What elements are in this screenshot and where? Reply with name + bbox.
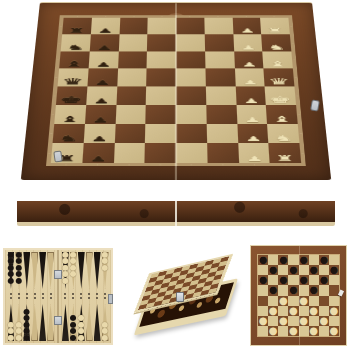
dot-slot xyxy=(86,297,93,300)
chess-square: ♟ xyxy=(82,143,114,163)
chess-square xyxy=(118,51,148,68)
checkers-square xyxy=(278,285,288,295)
checkers-square xyxy=(319,285,329,295)
checkers-square: ● xyxy=(329,306,339,316)
backgammon-checker-light: ● xyxy=(78,335,85,341)
checker-stack: ●●●● xyxy=(70,315,77,341)
checkers-square xyxy=(319,296,329,306)
chess-piece-white-rook: ♜ xyxy=(261,27,290,34)
chess-grid: ♜♟♟♜♞♟♟♞♝♟♟♝♛♟♟♛♚♟♟♚♝♟♟♝♞♟♟♞♜♟♟♜ xyxy=(51,18,301,163)
inlay-dot xyxy=(104,297,106,299)
hinge-icon xyxy=(54,316,62,325)
dot-slot xyxy=(23,297,30,300)
border-mark: · xyxy=(46,143,52,163)
backgammon-checker-light: ● xyxy=(102,335,109,341)
chess-square: ♟ xyxy=(91,18,120,35)
chess-square: ♞ xyxy=(61,34,91,51)
border-mark: · xyxy=(207,163,238,166)
border-mark: · xyxy=(57,34,63,51)
checkers-square xyxy=(278,326,288,336)
checkers-square: ● xyxy=(278,316,288,326)
checker-black: ● xyxy=(309,265,318,275)
checker-black: ● xyxy=(319,275,328,285)
latch-glare-icon xyxy=(338,289,344,296)
dot-slot xyxy=(15,297,22,300)
chess-square xyxy=(206,105,237,124)
checker-light: ● xyxy=(330,306,339,316)
checkers-square: ● xyxy=(299,275,309,285)
backgammon-checker-light: ● xyxy=(15,335,22,341)
inlay-dot xyxy=(80,297,82,299)
checkers-square: ● xyxy=(268,285,278,295)
chess-square xyxy=(113,143,145,163)
chess-piece-white-pawn: ♟ xyxy=(233,28,262,34)
checkers-square: ● xyxy=(258,275,268,285)
inlay-dot xyxy=(72,293,74,295)
backgammon-point: ●●●●● xyxy=(62,252,69,289)
checker-light: ● xyxy=(309,306,318,316)
chess-square: ♛ xyxy=(264,69,295,87)
checker-black: ● xyxy=(289,265,298,275)
chess-piece-white-rook: ♜ xyxy=(269,154,301,162)
latch-icon xyxy=(108,294,113,304)
inlay-dot xyxy=(42,293,44,295)
border-mark: · xyxy=(113,163,144,166)
checkers-square: ● xyxy=(299,296,309,306)
chess-square xyxy=(114,124,145,143)
chess-square xyxy=(119,18,148,35)
checker-black: ● xyxy=(289,285,298,295)
box-front-seam xyxy=(175,201,177,226)
checkers-square: ● xyxy=(288,285,298,295)
border-mark: · xyxy=(260,15,288,17)
checkers-square xyxy=(258,326,268,336)
chess-piece-black-pawn: ♟ xyxy=(85,116,116,123)
checker-stack: ●●● xyxy=(7,322,14,341)
backgammon-point: ●●● xyxy=(15,304,22,341)
dot-slot xyxy=(8,293,15,296)
chess-square: ♟ xyxy=(237,124,269,143)
chess-square xyxy=(176,34,205,51)
backgammon-point: ●●●● xyxy=(70,304,77,341)
inlay-dot xyxy=(26,297,28,299)
inlay-dot xyxy=(96,297,98,299)
border-mark: · xyxy=(239,163,270,166)
hinge-gap xyxy=(55,340,61,341)
dot-slot xyxy=(94,297,101,300)
chess-square: ♚ xyxy=(265,86,296,104)
border-mark: · xyxy=(50,105,56,124)
border-mark: · xyxy=(55,51,61,68)
point-triangle xyxy=(23,252,30,289)
product-photo-page: { "game": "3-in-1 wooden folding board g… xyxy=(0,0,352,350)
backgammon-point: ●●● xyxy=(8,304,15,341)
checker-light: ● xyxy=(299,296,308,306)
chess-square xyxy=(147,34,176,51)
chess-piece-black-pawn: ♟ xyxy=(82,155,114,162)
border-mark: · xyxy=(120,15,148,17)
backgammon-point xyxy=(62,304,69,341)
backgammon-checker-black: ● xyxy=(15,278,22,284)
inlay-dot xyxy=(104,293,106,295)
chess-square xyxy=(116,86,146,104)
checker-stack: ●●●● xyxy=(78,315,85,341)
checkers-square: ● xyxy=(268,306,278,316)
chess-square xyxy=(115,105,146,124)
border-mark: · xyxy=(294,86,300,104)
chess-square: ♟ xyxy=(236,105,267,124)
border-mark: · xyxy=(51,163,83,166)
chess-square xyxy=(176,18,204,35)
checkers-square: ● xyxy=(278,255,288,265)
dot-slot xyxy=(23,293,30,296)
chess-square: ♟ xyxy=(233,34,263,51)
chess-square xyxy=(207,143,239,163)
dot-slot xyxy=(47,293,54,296)
checkers-square: ● xyxy=(258,255,268,265)
checkers-square: ● xyxy=(319,316,329,326)
chess-piece-white-knight: ♞ xyxy=(268,134,299,142)
checker-black: ● xyxy=(259,275,268,285)
inlay-dot-row xyxy=(7,293,109,296)
checkers-fold-seam xyxy=(299,246,300,345)
border-mark: · xyxy=(53,69,59,87)
checker-black: ● xyxy=(299,275,308,285)
backgammon-point: ●●●●● xyxy=(15,252,22,289)
inlay-dot xyxy=(10,297,12,299)
hinge-gap xyxy=(55,293,61,296)
backgammon-point xyxy=(94,252,101,289)
backgammon-point xyxy=(31,252,38,289)
inlay-dot xyxy=(88,297,90,299)
chess-square xyxy=(146,105,176,124)
point-triangle xyxy=(86,252,93,289)
border-mark: · xyxy=(82,163,113,166)
chess-square: ♞ xyxy=(267,124,299,143)
checker-stack: ●●●●● xyxy=(23,309,30,341)
checkers-square: ● xyxy=(309,265,319,275)
point-triangle xyxy=(31,252,38,289)
checker-light: ● xyxy=(259,316,268,326)
checker-light: ● xyxy=(330,326,339,336)
point-triangle xyxy=(47,304,54,341)
chess-piece-black-pawn: ♟ xyxy=(86,98,116,105)
chess-piece-white-bishop: ♝ xyxy=(263,60,293,68)
chess-piece-white-bishop: ♝ xyxy=(267,115,298,123)
chess-square: ♟ xyxy=(238,143,270,163)
coordinate-marks-left: ········ xyxy=(46,18,63,163)
hinge-gap xyxy=(55,297,61,300)
checker-light: ● xyxy=(279,316,288,326)
inlay-dot xyxy=(88,293,90,295)
backgammon-checker-light: ● xyxy=(102,265,109,271)
dot-slot xyxy=(39,293,46,296)
backgammon-point: ●●●● xyxy=(78,304,85,341)
dot-slot xyxy=(8,297,15,300)
inlay-dot xyxy=(42,297,44,299)
border-mark: · xyxy=(299,143,305,163)
border-mark: · xyxy=(293,69,299,87)
chess-piece-white-queen: ♛ xyxy=(264,77,294,86)
checkers-square: ● xyxy=(278,275,288,285)
chess-piece-black-knight: ♞ xyxy=(61,43,90,50)
backgammon-point xyxy=(94,304,101,341)
chess-square: ♛ xyxy=(58,69,89,87)
border-mark: · xyxy=(176,163,207,166)
border-mark: · xyxy=(52,86,58,104)
chess-square xyxy=(118,34,147,51)
box-front-edge xyxy=(17,201,335,226)
backgammon-checker-light: ● xyxy=(70,271,77,277)
checkers-square: ● xyxy=(268,265,278,275)
checkers-square: ● xyxy=(278,296,288,306)
chess-piece-black-pawn: ♟ xyxy=(83,136,114,143)
checker-stack: ●●●● xyxy=(70,252,77,278)
checkers-square: ● xyxy=(288,306,298,316)
inlay-dot xyxy=(80,293,82,295)
checker-light: ● xyxy=(299,316,308,326)
border-mark: · xyxy=(145,163,176,166)
checker-stack: ●●● xyxy=(102,322,109,341)
chess-square xyxy=(145,124,176,143)
dot-slot xyxy=(15,293,22,296)
checkers-square: ● xyxy=(299,316,309,326)
chess-square: ♞ xyxy=(53,124,85,143)
checkers-square: ● xyxy=(288,326,298,336)
dot-slot xyxy=(78,293,85,296)
backgammon-point: ●●●●● xyxy=(23,304,30,341)
chess-square: ♚ xyxy=(56,86,87,104)
chess-piece-white-pawn: ♟ xyxy=(237,136,268,143)
backgammon-checker-black: ● xyxy=(7,278,14,284)
checkers-square: ● xyxy=(258,316,268,326)
checkers-square: ● xyxy=(268,326,278,336)
checkers-square xyxy=(258,296,268,306)
border-mark: · xyxy=(48,124,54,143)
checker-black: ● xyxy=(269,285,278,295)
backgammon-point: ●●● xyxy=(102,304,109,341)
point-triangle xyxy=(94,252,101,289)
dot-slot xyxy=(39,297,46,300)
checkers-square xyxy=(299,285,309,295)
checker-light: ● xyxy=(309,326,318,336)
backgammon-point xyxy=(39,252,46,289)
border-mark: · xyxy=(290,34,296,51)
backgammon-checker-light: ● xyxy=(7,335,14,341)
backgammon-point xyxy=(78,252,85,289)
chess-piece-black-pawn: ♟ xyxy=(91,28,120,34)
backgammon-point xyxy=(86,252,93,289)
chess-square xyxy=(205,69,235,87)
checkers-thumbnail: ●●●●●●●●●●●●●●●●●●●●●●●●●●●●● xyxy=(250,245,347,346)
point-triangle xyxy=(39,304,46,341)
backgammon-point: ●●●●● xyxy=(8,252,15,289)
chess-square: ♝ xyxy=(262,51,292,68)
inlay-dot xyxy=(10,293,12,295)
chess-square: ♟ xyxy=(86,86,117,104)
checkers-square xyxy=(329,275,339,285)
chess-square: ♟ xyxy=(234,69,264,87)
checker-black: ● xyxy=(259,255,268,265)
side-clasp-icon xyxy=(53,150,62,162)
backgammon-point: ●●● xyxy=(102,252,109,289)
chess-square xyxy=(145,143,176,163)
backgammon-point xyxy=(47,304,54,341)
checkers-square: ● xyxy=(309,285,319,295)
chess-piece-white-pawn: ♟ xyxy=(236,98,266,105)
inlay-dot xyxy=(64,297,66,299)
backgammon-checker-black: ● xyxy=(23,335,30,341)
checker-black: ● xyxy=(299,255,308,265)
backgammon-point xyxy=(23,252,30,289)
checker-black: ● xyxy=(319,255,328,265)
chess-piece-black-king: ♚ xyxy=(56,95,87,104)
chess-piece-white-pawn: ♟ xyxy=(237,116,268,123)
chess-square xyxy=(148,18,176,35)
chess-piece-white-pawn: ♟ xyxy=(235,79,265,85)
open-box-thumbnail xyxy=(118,252,240,342)
inlay-dot xyxy=(26,293,28,295)
checker-light: ● xyxy=(319,316,328,326)
chess-board-frame: ········ ········ ········ ········ ♜♟♟♜… xyxy=(21,2,331,180)
chess-piece-black-pawn: ♟ xyxy=(87,79,117,85)
checker-stack: ●●●●● xyxy=(62,252,69,284)
inlay-dot xyxy=(64,293,66,295)
chess-square: ♝ xyxy=(54,105,86,124)
checker-stack: ●●●●● xyxy=(7,252,14,284)
chess-square xyxy=(204,18,233,35)
chess-square: ♟ xyxy=(85,105,116,124)
chess-piece-black-bishop: ♝ xyxy=(59,60,89,68)
dot-slot xyxy=(86,293,93,296)
chess-square xyxy=(176,86,206,104)
chess-square xyxy=(146,86,176,104)
border-mark: · xyxy=(298,124,304,143)
checkers-square: ● xyxy=(288,265,298,275)
checker-stack: ●●● xyxy=(15,322,22,341)
backgammon-checker-light: ● xyxy=(62,278,69,284)
border-mark: · xyxy=(296,105,302,124)
chess-square: ♝ xyxy=(266,105,298,124)
inlay-dot xyxy=(34,297,36,299)
chess-square xyxy=(176,124,207,143)
checkers-square xyxy=(258,285,268,295)
checkers-square: ● xyxy=(299,255,309,265)
chess-square xyxy=(206,86,236,104)
chess-piece-black-rook: ♜ xyxy=(62,27,91,34)
chess-piece-black-pawn: ♟ xyxy=(90,45,119,51)
backgammon-checker-black: ● xyxy=(70,335,77,341)
checkers-square xyxy=(299,326,309,336)
inlay-dot xyxy=(34,293,36,295)
point-triangle xyxy=(94,304,101,341)
border-mark: · xyxy=(232,15,260,17)
chess-square xyxy=(117,69,147,87)
backgammon-point xyxy=(47,252,54,289)
checker-light: ● xyxy=(279,296,288,306)
hinge-gap xyxy=(55,252,61,253)
border-mark: · xyxy=(270,163,302,166)
backgammon-thumbnail: ●●●●●●●●●●●●●●●●●●●●●● ●●●●●●●●●●●●●●●●●… xyxy=(3,248,113,345)
chess-square: ♜ xyxy=(62,18,92,35)
chess-piece-black-queen: ♛ xyxy=(58,77,88,86)
border-mark: · xyxy=(58,18,64,35)
border-mark: · xyxy=(92,15,120,17)
chess-square: ♜ xyxy=(260,18,290,35)
checkers-square: ● xyxy=(309,326,319,336)
border-mark: · xyxy=(176,15,204,17)
checkers-square xyxy=(319,326,329,336)
chess-square xyxy=(176,143,207,163)
dot-slot xyxy=(78,297,85,300)
dot-slot xyxy=(70,293,77,296)
chess-square xyxy=(204,34,233,51)
inlay-dot xyxy=(50,293,52,295)
chess-square xyxy=(146,69,176,87)
chess-piece-black-bishop: ♝ xyxy=(54,115,85,123)
checker-light: ● xyxy=(269,306,278,316)
border-mark: · xyxy=(291,51,297,68)
dot-slot xyxy=(70,297,77,300)
chess-square: ♜ xyxy=(269,143,302,163)
backgammon-point xyxy=(39,304,46,341)
border-mark: · xyxy=(148,15,176,17)
inlay-dot xyxy=(18,293,20,295)
checkers-square: ● xyxy=(319,255,329,265)
chess-square: ♟ xyxy=(83,124,115,143)
checker-light: ● xyxy=(289,306,298,316)
chess-square xyxy=(206,124,237,143)
chess-piece-black-pawn: ♟ xyxy=(88,62,117,68)
chess-square: ♟ xyxy=(235,86,266,104)
hinge-icon xyxy=(54,270,62,279)
chess-square xyxy=(205,51,235,68)
chess-square: ♟ xyxy=(234,51,264,68)
checker-light: ● xyxy=(269,326,278,336)
inlay-dot-row xyxy=(7,297,109,300)
chess-square xyxy=(176,69,206,87)
chess-piece-white-pawn: ♟ xyxy=(238,155,270,162)
checker-black: ● xyxy=(279,275,288,285)
checker-black: ● xyxy=(330,265,339,275)
chess-square: ♝ xyxy=(59,51,89,68)
chess-square xyxy=(176,51,205,68)
checkers-square: ● xyxy=(309,306,319,316)
backgammon-point xyxy=(86,304,93,341)
border-mark: · xyxy=(204,15,232,17)
inlay-dot xyxy=(96,293,98,295)
checkers-square: ● xyxy=(329,265,339,275)
chess-square xyxy=(176,105,206,124)
chess-set-hero-photo: ········ ········ ········ ········ ♜♟♟♜… xyxy=(0,0,352,246)
coordinate-marks-right: ········ xyxy=(288,18,305,163)
checker-black: ● xyxy=(269,265,278,275)
dot-slot xyxy=(94,293,101,296)
checker-light: ● xyxy=(289,326,298,336)
checker-black: ● xyxy=(279,255,288,265)
chess-square xyxy=(147,51,176,68)
coordinate-marks-bottom: ········ xyxy=(51,163,302,166)
chess-square: ♟ xyxy=(88,51,118,68)
dot-slot xyxy=(62,293,69,296)
border-mark: · xyxy=(64,15,92,17)
inlay-dot xyxy=(72,297,74,299)
point-triangle xyxy=(47,252,54,289)
dot-slot xyxy=(31,293,38,296)
chess-piece-white-king: ♚ xyxy=(265,95,296,104)
point-triangle xyxy=(62,304,69,341)
inlay-dot xyxy=(50,297,52,299)
